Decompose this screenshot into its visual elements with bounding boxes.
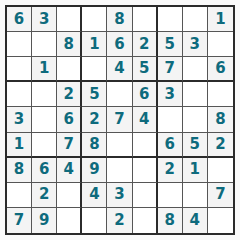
cell-r4c5[interactable] bbox=[107, 82, 132, 107]
cell-r9c9[interactable] bbox=[208, 208, 233, 233]
cell-r2c2[interactable] bbox=[32, 32, 57, 57]
cell-r3c8[interactable] bbox=[183, 57, 208, 82]
cell-r3c5[interactable]: 4 bbox=[107, 57, 132, 82]
cell-r7c9[interactable] bbox=[208, 158, 233, 183]
cell-r5c2[interactable] bbox=[32, 107, 57, 132]
cell-r2c3[interactable]: 8 bbox=[57, 32, 82, 57]
cell-r8c3[interactable] bbox=[57, 183, 82, 208]
cell-r3c7[interactable]: 7 bbox=[158, 57, 183, 82]
cell-r4c9[interactable] bbox=[208, 82, 233, 107]
cell-r3c4[interactable] bbox=[82, 57, 107, 82]
cell-r1c3[interactable] bbox=[57, 7, 82, 32]
cell-r8c2[interactable]: 2 bbox=[32, 183, 57, 208]
cell-r8c8[interactable] bbox=[183, 183, 208, 208]
cell-r9c7[interactable]: 8 bbox=[158, 208, 183, 233]
cell-r3c6[interactable]: 5 bbox=[133, 57, 158, 82]
cell-r7c3[interactable]: 4 bbox=[57, 158, 82, 183]
cell-r5c5[interactable]: 7 bbox=[107, 107, 132, 132]
cell-r2c6[interactable]: 2 bbox=[133, 32, 158, 57]
cell-r2c7[interactable]: 5 bbox=[158, 32, 183, 57]
cell-r4c6[interactable]: 6 bbox=[133, 82, 158, 107]
cell-r1c4[interactable] bbox=[82, 7, 107, 32]
cell-r6c2[interactable] bbox=[32, 133, 57, 158]
cell-r7c5[interactable] bbox=[107, 158, 132, 183]
cell-r7c1[interactable]: 8 bbox=[7, 158, 32, 183]
cell-r1c5[interactable]: 8 bbox=[107, 7, 132, 32]
cell-r9c5[interactable]: 2 bbox=[107, 208, 132, 233]
cell-r6c7[interactable]: 6 bbox=[158, 133, 183, 158]
cell-r8c7[interactable] bbox=[158, 183, 183, 208]
cell-r9c8[interactable]: 4 bbox=[183, 208, 208, 233]
cell-r1c9[interactable]: 1 bbox=[208, 7, 233, 32]
cell-r5c1[interactable]: 3 bbox=[7, 107, 32, 132]
cell-r2c9[interactable] bbox=[208, 32, 233, 57]
cell-r7c7[interactable]: 2 bbox=[158, 158, 183, 183]
cell-r5c3[interactable]: 6 bbox=[57, 107, 82, 132]
cell-r5c4[interactable]: 2 bbox=[82, 107, 107, 132]
cell-r9c4[interactable] bbox=[82, 208, 107, 233]
cell-r6c8[interactable]: 5 bbox=[183, 133, 208, 158]
cell-r3c1[interactable] bbox=[7, 57, 32, 82]
cell-r4c3[interactable]: 2 bbox=[57, 82, 82, 107]
cell-r1c2[interactable]: 3 bbox=[32, 7, 57, 32]
cell-r8c4[interactable]: 4 bbox=[82, 183, 107, 208]
cell-r7c4[interactable]: 9 bbox=[82, 158, 107, 183]
cell-r8c5[interactable]: 3 bbox=[107, 183, 132, 208]
cell-r5c6[interactable]: 4 bbox=[133, 107, 158, 132]
cell-r1c6[interactable] bbox=[133, 7, 158, 32]
cell-r2c5[interactable]: 6 bbox=[107, 32, 132, 57]
cell-r2c8[interactable]: 3 bbox=[183, 32, 208, 57]
cell-r7c2[interactable]: 6 bbox=[32, 158, 57, 183]
cell-r2c4[interactable]: 1 bbox=[82, 32, 107, 57]
cell-r5c7[interactable] bbox=[158, 107, 183, 132]
cell-r2c1[interactable] bbox=[7, 32, 32, 57]
cell-r1c7[interactable] bbox=[158, 7, 183, 32]
cell-r7c6[interactable] bbox=[133, 158, 158, 183]
cell-r4c7[interactable]: 3 bbox=[158, 82, 183, 107]
cell-r4c1[interactable] bbox=[7, 82, 32, 107]
cell-r6c3[interactable]: 7 bbox=[57, 133, 82, 158]
cell-r8c6[interactable] bbox=[133, 183, 158, 208]
cell-r4c4[interactable]: 5 bbox=[82, 82, 107, 107]
cell-r5c8[interactable] bbox=[183, 107, 208, 132]
cell-r3c2[interactable]: 1 bbox=[32, 57, 57, 82]
cell-r6c6[interactable] bbox=[133, 133, 158, 158]
cell-r3c3[interactable] bbox=[57, 57, 82, 82]
cell-r6c1[interactable]: 1 bbox=[7, 133, 32, 158]
page-background: 6381816253145762563362748178652864921243… bbox=[0, 0, 240, 240]
cell-r4c8[interactable] bbox=[183, 82, 208, 107]
cell-r9c3[interactable] bbox=[57, 208, 82, 233]
cell-r9c1[interactable]: 7 bbox=[7, 208, 32, 233]
cell-r5c9[interactable]: 8 bbox=[208, 107, 233, 132]
cell-r8c1[interactable] bbox=[7, 183, 32, 208]
cell-r6c4[interactable]: 8 bbox=[82, 133, 107, 158]
cell-r1c8[interactable] bbox=[183, 7, 208, 32]
cell-r8c9[interactable]: 7 bbox=[208, 183, 233, 208]
cell-r9c2[interactable]: 9 bbox=[32, 208, 57, 233]
cell-r1c1[interactable]: 6 bbox=[7, 7, 32, 32]
sudoku-board: 6381816253145762563362748178652864921243… bbox=[5, 5, 235, 235]
cell-r7c8[interactable]: 1 bbox=[183, 158, 208, 183]
cell-r4c2[interactable] bbox=[32, 82, 57, 107]
cell-r3c9[interactable]: 6 bbox=[208, 57, 233, 82]
cell-r6c9[interactable]: 2 bbox=[208, 133, 233, 158]
cell-r9c6[interactable] bbox=[133, 208, 158, 233]
cell-r6c5[interactable] bbox=[107, 133, 132, 158]
